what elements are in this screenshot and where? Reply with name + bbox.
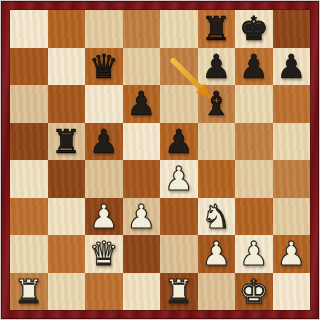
wood-grain-texture: [48, 198, 86, 236]
wood-grain-texture: [10, 160, 48, 198]
square-d8[interactable]: [123, 10, 161, 48]
square-a6[interactable]: [10, 85, 48, 123]
piece-black-queen: ♛: [89, 50, 119, 83]
wood-grain-texture: [48, 48, 86, 86]
square-c7[interactable]: ♛: [85, 48, 123, 86]
square-b7[interactable]: [48, 48, 86, 86]
piece-white-pawn: ♟: [164, 162, 194, 195]
square-a8[interactable]: [10, 10, 48, 48]
wood-grain-texture: [160, 235, 198, 273]
piece-black-bishop: ♝: [201, 87, 231, 120]
square-g6[interactable]: [235, 85, 273, 123]
wood-grain-texture: [273, 85, 311, 123]
square-c1[interactable]: [85, 273, 123, 311]
square-b6[interactable]: [48, 85, 86, 123]
square-c8[interactable]: [85, 10, 123, 48]
square-g5[interactable]: [235, 123, 273, 161]
wood-grain-texture: [160, 48, 198, 86]
wood-grain-texture: [10, 235, 48, 273]
square-h5[interactable]: [273, 123, 311, 161]
square-f7[interactable]: ♟: [198, 48, 236, 86]
square-f8[interactable]: ♜: [198, 10, 236, 48]
square-d2[interactable]: [123, 235, 161, 273]
wood-grain-texture: [235, 85, 273, 123]
piece-black-rook: ♜: [51, 125, 81, 158]
square-h3[interactable]: [273, 198, 311, 236]
square-h4[interactable]: [273, 160, 311, 198]
wood-grain-texture: [48, 85, 86, 123]
square-d6[interactable]: ♟: [123, 85, 161, 123]
piece-black-rook: ♜: [201, 12, 231, 45]
wood-grain-texture: [123, 235, 161, 273]
square-d3[interactable]: ♟: [123, 198, 161, 236]
square-b1[interactable]: [48, 273, 86, 311]
square-b2[interactable]: [48, 235, 86, 273]
wood-grain-texture: [273, 273, 311, 311]
piece-black-pawn: ♟: [164, 125, 194, 158]
square-b8[interactable]: [48, 10, 86, 48]
piece-white-pawn: ♟: [276, 237, 306, 270]
piece-white-pawn: ♟: [239, 237, 269, 270]
wood-grain-texture: [85, 85, 123, 123]
square-c4[interactable]: [85, 160, 123, 198]
piece-white-king: ♚: [239, 275, 269, 308]
wood-grain-texture: [85, 160, 123, 198]
square-e8[interactable]: [160, 10, 198, 48]
chess-board-diagram: ♜♚♛♟♟♟♟♝♜♟♟♟♟♟♞♛♟♟♟♜♜♚: [0, 0, 320, 320]
wood-grain-texture: [123, 10, 161, 48]
square-h2[interactable]: ♟: [273, 235, 311, 273]
chess-board: ♜♚♛♟♟♟♟♝♜♟♟♟♟♟♞♛♟♟♟♜♜♚: [10, 10, 310, 310]
square-a4[interactable]: [10, 160, 48, 198]
wood-grain-texture: [10, 198, 48, 236]
square-a3[interactable]: [10, 198, 48, 236]
piece-white-queen: ♛: [89, 237, 119, 270]
square-e5[interactable]: ♟: [160, 123, 198, 161]
square-f5[interactable]: [198, 123, 236, 161]
square-b3[interactable]: [48, 198, 86, 236]
wood-grain-texture: [273, 198, 311, 236]
piece-white-pawn: ♟: [201, 237, 231, 270]
square-e4[interactable]: ♟: [160, 160, 198, 198]
square-d1[interactable]: [123, 273, 161, 311]
wood-grain-texture: [160, 198, 198, 236]
piece-black-pawn: ♟: [239, 50, 269, 83]
square-g3[interactable]: [235, 198, 273, 236]
wood-grain-texture: [235, 123, 273, 161]
square-g1[interactable]: ♚: [235, 273, 273, 311]
square-e3[interactable]: [160, 198, 198, 236]
square-d5[interactable]: [123, 123, 161, 161]
square-g2[interactable]: ♟: [235, 235, 273, 273]
wood-grain-texture: [48, 10, 86, 48]
square-a5[interactable]: [10, 123, 48, 161]
wood-grain-texture: [123, 123, 161, 161]
square-e2[interactable]: [160, 235, 198, 273]
piece-black-pawn: ♟: [126, 87, 156, 120]
square-g7[interactable]: ♟: [235, 48, 273, 86]
wood-grain-texture: [235, 160, 273, 198]
square-c2[interactable]: ♛: [85, 235, 123, 273]
square-c6[interactable]: [85, 85, 123, 123]
wood-grain-texture: [198, 273, 236, 311]
piece-white-rook: ♜: [164, 275, 194, 308]
square-f6[interactable]: ♝: [198, 85, 236, 123]
square-h8[interactable]: [273, 10, 311, 48]
square-h1[interactable]: [273, 273, 311, 311]
wood-grain-texture: [160, 10, 198, 48]
wood-grain-texture: [235, 198, 273, 236]
square-e7[interactable]: [160, 48, 198, 86]
piece-black-pawn: ♟: [276, 50, 306, 83]
wood-grain-texture: [10, 85, 48, 123]
wood-grain-texture: [198, 123, 236, 161]
wood-grain-texture: [10, 48, 48, 86]
piece-white-knight: ♞: [201, 200, 231, 233]
piece-white-rook: ♜: [14, 275, 44, 308]
square-f3[interactable]: ♞: [198, 198, 236, 236]
wood-grain-texture: [85, 273, 123, 311]
wood-grain-texture: [10, 10, 48, 48]
piece-black-pawn: ♟: [201, 50, 231, 83]
wood-grain-texture: [273, 160, 311, 198]
square-b4[interactable]: [48, 160, 86, 198]
square-a1[interactable]: ♜: [10, 273, 48, 311]
square-c3[interactable]: ♟: [85, 198, 123, 236]
piece-white-pawn: ♟: [89, 200, 119, 233]
square-h6[interactable]: [273, 85, 311, 123]
square-g4[interactable]: [235, 160, 273, 198]
wood-grain-texture: [10, 123, 48, 161]
wood-grain-texture: [123, 48, 161, 86]
square-h7[interactable]: ♟: [273, 48, 311, 86]
square-c5[interactable]: ♟: [85, 123, 123, 161]
wood-grain-texture: [273, 10, 311, 48]
square-f1[interactable]: [198, 273, 236, 311]
square-g8[interactable]: ♚: [235, 10, 273, 48]
wood-grain-texture: [198, 160, 236, 198]
square-e1[interactable]: ♜: [160, 273, 198, 311]
piece-black-king: ♚: [239, 12, 269, 45]
square-a7[interactable]: [10, 48, 48, 86]
square-e6[interactable]: [160, 85, 198, 123]
wood-grain-texture: [123, 273, 161, 311]
square-b5[interactable]: ♜: [48, 123, 86, 161]
wood-grain-texture: [160, 85, 198, 123]
square-d4[interactable]: [123, 160, 161, 198]
wood-grain-texture: [48, 273, 86, 311]
square-d7[interactable]: [123, 48, 161, 86]
wood-grain-texture: [48, 235, 86, 273]
square-a2[interactable]: [10, 235, 48, 273]
wood-grain-texture: [123, 160, 161, 198]
wood-grain-texture: [273, 123, 311, 161]
square-f4[interactable]: [198, 160, 236, 198]
wood-grain-texture: [85, 10, 123, 48]
wood-grain-texture: [48, 160, 86, 198]
square-f2[interactable]: ♟: [198, 235, 236, 273]
piece-white-pawn: ♟: [126, 200, 156, 233]
piece-black-pawn: ♟: [89, 125, 119, 158]
